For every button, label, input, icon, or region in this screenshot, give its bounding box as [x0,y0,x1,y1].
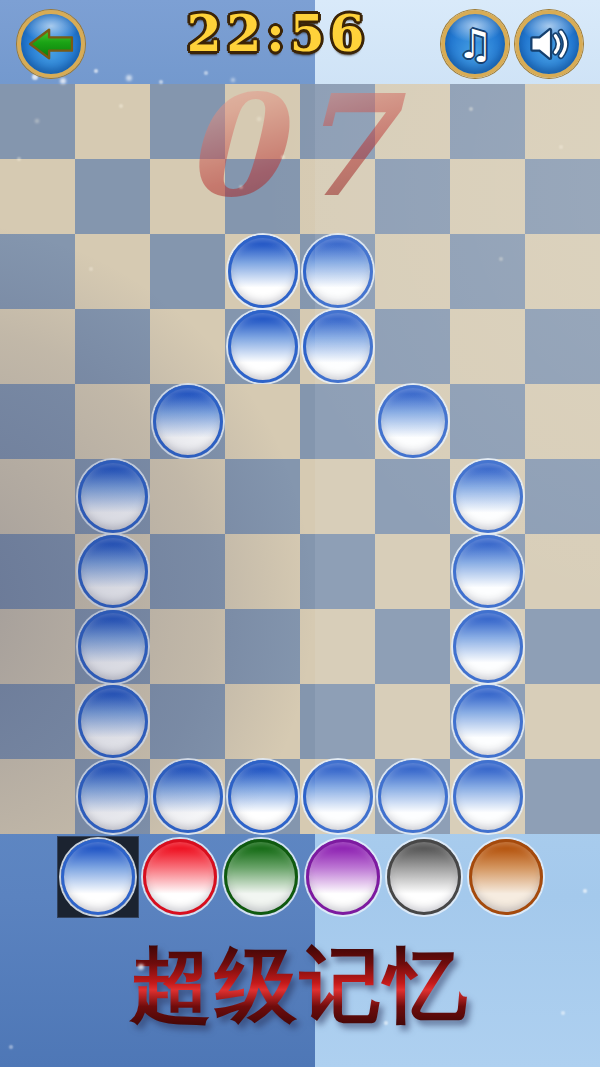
board-cell-r2c5[interactable] [375,234,450,309]
board-cell-r6c7[interactable] [525,534,600,609]
board-cell-r4c0[interactable] [0,384,75,459]
board-cell-r2c3[interactable] [225,234,300,309]
board-cell-r1c2[interactable] [150,159,225,234]
board-piece-blue [378,385,448,458]
board-cell-r1c0[interactable] [0,159,75,234]
board-cell-r5c0[interactable] [0,459,75,534]
board-cell-r8c1[interactable] [75,684,150,759]
palette-item-gray[interactable] [383,836,465,918]
palette-item-green[interactable] [220,836,302,918]
board-cell-r3c7[interactable] [525,309,600,384]
board-piece-blue [78,460,148,533]
board-cell-r3c4[interactable] [300,309,375,384]
board-cell-r0c2[interactable] [150,84,225,159]
board-piece-blue [228,760,298,833]
board-piece-blue [453,460,523,533]
purple-color-piece-icon [306,839,380,915]
board-cell-r8c0[interactable] [0,684,75,759]
board-cell-r6c1[interactable] [75,534,150,609]
board-cell-r4c1[interactable] [75,384,150,459]
orange-color-piece-icon [469,839,543,915]
board-cell-r8c2[interactable] [150,684,225,759]
board-cell-r7c5[interactable] [375,609,450,684]
speaker-icon [527,25,571,63]
board-cell-r5c4[interactable] [300,459,375,534]
board-cell-r8c4[interactable] [300,684,375,759]
board-cell-r3c0[interactable] [0,309,75,384]
board-piece-blue [378,760,448,833]
board-piece-blue [453,685,523,758]
board-cell-r7c1[interactable] [75,609,150,684]
board-cell-r9c1[interactable] [75,759,150,834]
gray-color-piece-icon [387,839,461,915]
board-cell-r0c1[interactable] [75,84,150,159]
board-cell-r9c6[interactable] [450,759,525,834]
board-piece-blue [453,535,523,608]
board-piece-blue [78,685,148,758]
board-cell-r0c4[interactable] [300,84,375,159]
board-cell-r6c0[interactable] [0,534,75,609]
board-cell-r7c7[interactable] [525,609,600,684]
board-cell-r4c6[interactable] [450,384,525,459]
board-cell-r2c2[interactable] [150,234,225,309]
board-cell-r2c0[interactable] [0,234,75,309]
board-cell-r9c5[interactable] [375,759,450,834]
board-cell-r5c3[interactable] [225,459,300,534]
board-cell-r6c6[interactable] [450,534,525,609]
board-cell-r0c0[interactable] [0,84,75,159]
board-cell-r3c2[interactable] [150,309,225,384]
board-cell-r0c7[interactable] [525,84,600,159]
board-cell-r2c1[interactable] [75,234,150,309]
board-piece-blue [78,760,148,833]
board [0,84,600,834]
board-cell-r1c3[interactable] [225,159,300,234]
board-cell-r9c2[interactable] [150,759,225,834]
board-cell-r3c5[interactable] [375,309,450,384]
board-cell-r3c3[interactable] [225,309,300,384]
board-cell-r0c3[interactable] [225,84,300,159]
board-piece-blue [228,310,298,383]
board-cell-r8c7[interactable] [525,684,600,759]
board-cell-r6c3[interactable] [225,534,300,609]
board-cell-r7c3[interactable] [225,609,300,684]
board-cell-r7c6[interactable] [450,609,525,684]
sound-button[interactable] [515,10,583,78]
board-piece-blue [153,385,223,458]
board-cell-r0c6[interactable] [450,84,525,159]
board-cell-r5c1[interactable] [75,459,150,534]
board-cell-r9c4[interactable] [300,759,375,834]
board-cell-r0c5[interactable] [375,84,450,159]
board-cell-r9c3[interactable] [225,759,300,834]
board-piece-blue [153,760,223,833]
palette-item-red[interactable] [139,836,221,918]
game-screen: 07 22:56 ♫ 超级记忆 [0,0,600,1067]
back-button[interactable] [17,10,85,78]
music-note-icon: ♫ [457,24,493,64]
board-cell-r3c6[interactable] [450,309,525,384]
board-cell-r6c2[interactable] [150,534,225,609]
blue-color-piece-icon [61,839,135,915]
palette-item-blue[interactable] [57,836,139,918]
board-cell-r9c7[interactable] [525,759,600,834]
music-button[interactable]: ♫ [441,10,509,78]
board-piece-blue [78,610,148,683]
board-cell-r2c4[interactable] [300,234,375,309]
board-piece-blue [303,760,373,833]
timer-display: 22:56 [150,4,406,63]
board-cell-r6c5[interactable] [375,534,450,609]
board-cell-r4c2[interactable] [150,384,225,459]
back-arrow-icon [26,25,76,63]
board-cell-r6c4[interactable] [300,534,375,609]
board-piece-blue [453,760,523,833]
board-cell-r1c4[interactable] [300,159,375,234]
board-cell-r1c6[interactable] [450,159,525,234]
board-cell-r1c5[interactable] [375,159,450,234]
board-cell-r8c6[interactable] [450,684,525,759]
board-cell-r7c4[interactable] [300,609,375,684]
green-color-piece-icon [224,839,298,915]
palette-item-orange[interactable] [465,836,547,918]
board-cell-r2c7[interactable] [525,234,600,309]
board-cell-r3c1[interactable] [75,309,150,384]
board-cell-r1c1[interactable] [75,159,150,234]
board-cell-r7c2[interactable] [150,609,225,684]
game-title: 超级记忆 [0,936,600,1034]
board-piece-blue [453,610,523,683]
board-cell-r5c7[interactable] [525,459,600,534]
board-cell-r1c7[interactable] [525,159,600,234]
board-cell-r5c5[interactable] [375,459,450,534]
red-color-piece-icon [143,839,217,915]
palette-item-purple[interactable] [302,836,384,918]
board-piece-blue [78,535,148,608]
board-cell-r9c0[interactable] [0,759,75,834]
board-cell-r4c4[interactable] [300,384,375,459]
board-cell-r4c7[interactable] [525,384,600,459]
board-piece-blue [303,235,373,308]
board-cell-r5c2[interactable] [150,459,225,534]
board-cell-r4c5[interactable] [375,384,450,459]
board-cell-r7c0[interactable] [0,609,75,684]
board-cell-r4c3[interactable] [225,384,300,459]
board-cell-r2c6[interactable] [450,234,525,309]
board-piece-blue [303,310,373,383]
board-cell-r8c3[interactable] [225,684,300,759]
board-piece-blue [228,235,298,308]
board-cell-r5c6[interactable] [450,459,525,534]
board-cell-r8c5[interactable] [375,684,450,759]
